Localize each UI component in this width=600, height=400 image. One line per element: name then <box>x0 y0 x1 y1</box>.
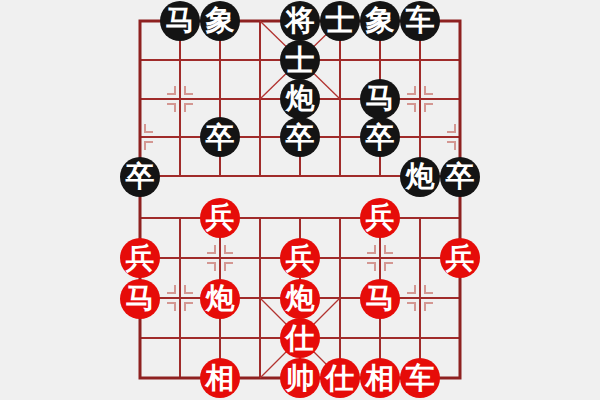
piece-red-soldier[interactable]: 兵 <box>360 198 400 238</box>
xiangqi-app: 马象将士象车士炮马卒卒卒卒炮卒兵兵兵兵兵马炮炮马仕相帅仕相车 <box>0 0 600 400</box>
piece-red-advisor[interactable]: 仕 <box>280 318 320 358</box>
piece-black-chariot[interactable]: 车 <box>400 1 440 41</box>
piece-red-soldier[interactable]: 兵 <box>200 198 240 238</box>
piece-red-soldier[interactable]: 兵 <box>440 238 480 278</box>
piece-black-horse[interactable]: 马 <box>360 79 400 119</box>
piece-red-elephant[interactable]: 相 <box>360 358 400 398</box>
piece-red-soldier[interactable]: 兵 <box>280 238 320 278</box>
piece-red-horse[interactable]: 马 <box>120 279 160 319</box>
piece-red-chariot[interactable]: 车 <box>400 358 440 398</box>
piece-red-general[interactable]: 帅 <box>280 358 320 398</box>
piece-black-general[interactable]: 将 <box>280 1 320 41</box>
piece-red-cannon[interactable]: 炮 <box>200 279 240 319</box>
piece-black-advisor[interactable]: 士 <box>320 1 360 41</box>
piece-red-advisor[interactable]: 仕 <box>320 358 360 398</box>
piece-black-soldier[interactable]: 卒 <box>120 157 160 197</box>
piece-red-elephant[interactable]: 相 <box>200 358 240 398</box>
piece-black-elephant[interactable]: 象 <box>360 1 400 41</box>
xiangqi-board: 马象将士象车士炮马卒卒卒卒炮卒兵兵兵兵兵马炮炮马仕相帅仕相车 <box>120 1 480 398</box>
piece-black-advisor[interactable]: 士 <box>280 40 320 80</box>
piece-black-elephant[interactable]: 象 <box>200 1 240 41</box>
piece-red-soldier[interactable]: 兵 <box>120 238 160 278</box>
piece-red-horse[interactable]: 马 <box>360 279 400 319</box>
piece-black-soldier[interactable]: 卒 <box>360 117 400 157</box>
piece-black-soldier[interactable]: 卒 <box>200 117 240 157</box>
piece-black-soldier[interactable]: 卒 <box>280 117 320 157</box>
piece-red-cannon[interactable]: 炮 <box>280 279 320 319</box>
piece-black-horse[interactable]: 马 <box>160 1 200 41</box>
piece-black-soldier[interactable]: 卒 <box>440 157 480 197</box>
piece-black-cannon[interactable]: 炮 <box>400 157 440 197</box>
piece-black-cannon[interactable]: 炮 <box>280 79 320 119</box>
